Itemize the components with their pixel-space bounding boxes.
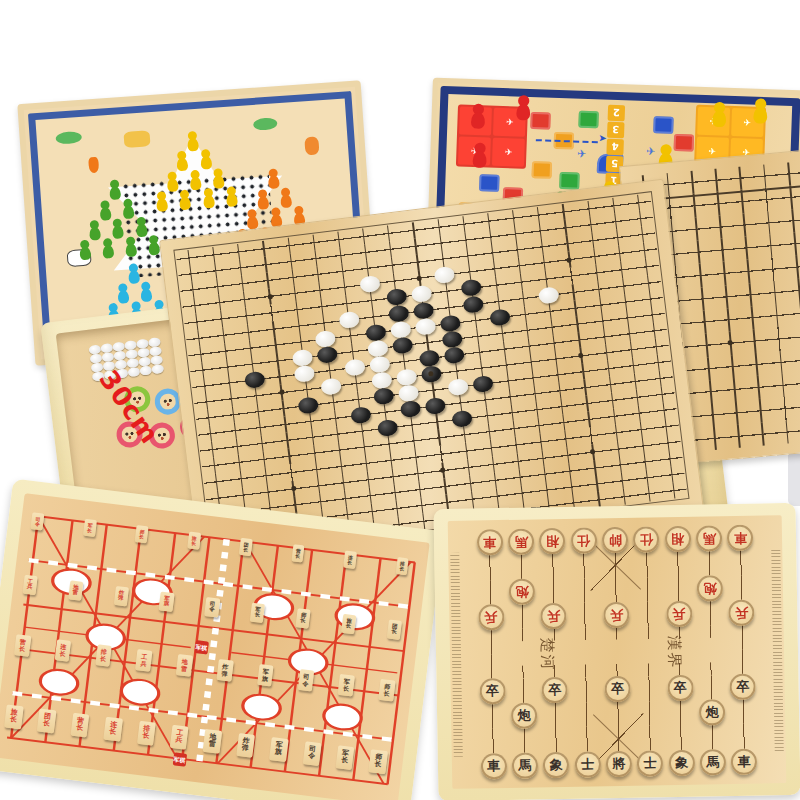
go-intersection <box>610 487 637 506</box>
go-lid-intersection <box>683 216 709 241</box>
xiangqi-piece-black: 象 <box>668 749 694 775</box>
xiangqi-piece-red: 兵 <box>478 604 504 630</box>
luzhanqi-tile: 营 长 <box>14 635 31 657</box>
xiangqi-piece-glyph: 相 <box>671 530 684 548</box>
luzhanqi-tile: 军 长 <box>83 519 97 537</box>
peg-body <box>200 156 212 170</box>
peg-body <box>187 138 199 152</box>
track-cell <box>674 134 695 152</box>
xiangqi-piece-red: 兵 <box>603 602 629 628</box>
xiangqi-piece-black: 卒 <box>604 676 630 702</box>
xiangqi-piece-glyph: 仕 <box>640 531 653 549</box>
xiangqi-piece-red: 帥 <box>602 527 628 553</box>
luzhanqi-tile: 旅 长 <box>187 532 201 550</box>
peg-body <box>190 176 202 190</box>
xiangqi-piece-glyph: 車 <box>734 529 747 547</box>
xiangqi-piece-black: 卒 <box>479 678 505 704</box>
go-lid-intersection <box>792 347 800 372</box>
go-lid-intersection <box>794 371 800 396</box>
xiangqi-piece-black: 馬 <box>700 749 726 775</box>
go-lid-intersection <box>756 210 782 235</box>
go-lid-intersection <box>778 185 800 210</box>
xiangqi-piece-black: 炮 <box>511 702 537 728</box>
luzhanqi-tile-layer: 司 令军 长师 长旅 长团 长营 长连 长排 长工 兵地 雷炸 弹军 旗司 令军… <box>0 493 430 800</box>
xiangqi-piece-glyph: 馬 <box>518 756 531 774</box>
checkers-peg <box>267 169 279 190</box>
go-lid-intersection <box>750 421 776 446</box>
checkers-peg <box>135 217 147 238</box>
checkers-peg <box>166 171 178 192</box>
flying-chess-peg <box>471 103 486 128</box>
xiangqi-piece-glyph: 馬 <box>702 530 715 548</box>
plane-icon: ✈ <box>646 145 656 158</box>
track-cell <box>578 111 599 129</box>
flying-chess-peg <box>712 102 727 127</box>
xiangqi-piece-black: 車 <box>731 748 757 774</box>
checkers-peg <box>212 168 224 189</box>
luzhanqi-play-area: 司 令军 长师 长旅 长团 长营 长连 长排 长工 兵地 雷炸 弹军 旗司 令军… <box>0 493 430 800</box>
flying-chess-peg <box>473 142 488 167</box>
luzhanqi-tile: 军 旗 <box>269 737 288 762</box>
go-lid-intersection <box>768 349 794 374</box>
hangar-cell: ✈ <box>492 137 525 166</box>
peg-body <box>136 224 148 238</box>
track-cell <box>532 161 553 179</box>
strip-number: 2 <box>608 105 626 122</box>
luzhanqi-tile: 炸 弹 <box>236 733 255 758</box>
xiangqi-piece-glyph: 象 <box>550 756 563 774</box>
go-lid-intersection <box>679 170 705 195</box>
peg-body <box>516 103 530 120</box>
go-lid-intersection <box>695 356 721 381</box>
xiangqi-piece-glyph: 兵 <box>672 605 685 623</box>
peg-body <box>753 107 767 124</box>
go-lid-intersection <box>711 261 737 286</box>
luzhanqi-tile: 军 长 <box>250 603 265 623</box>
xiangqi-piece-red: 炮 <box>509 578 535 604</box>
peg-body <box>471 112 485 129</box>
xiangqi-piece-red: 兵 <box>540 603 566 629</box>
go-lid-intersection <box>715 307 741 332</box>
go-lid-intersection <box>689 286 715 311</box>
xiangqi-piece-red: 仕 <box>570 528 596 554</box>
xiangqi-piece-red: 車 <box>727 525 753 551</box>
xiangqi-piece-black: 卒 <box>730 674 756 700</box>
flying-chess-peg <box>516 95 531 120</box>
go-lid-intersection <box>790 324 800 349</box>
xiangqi-play-area: 楚河 漢界 車馬相仕帥仕相馬車炮炮兵兵兵兵兵卒卒卒卒卒炮炮車馬象士將士象馬車 <box>448 515 787 789</box>
xiangqi-piece-glyph: 車 <box>487 757 500 775</box>
go-lid-intersection <box>713 284 739 309</box>
peg-body <box>267 176 279 190</box>
xiangqi-piece-glyph: 兵 <box>547 607 560 625</box>
xiangqi-piece-glyph: 炮 <box>517 707 530 725</box>
go-grid <box>176 193 688 555</box>
peg-body <box>213 175 225 189</box>
xiangqi-piece-glyph: 卒 <box>611 680 624 698</box>
xiangqi-piece-glyph: 車 <box>483 533 496 551</box>
luzhanqi-tile: 营 长 <box>70 713 89 738</box>
go-lid-intersection <box>752 164 778 189</box>
peg-body <box>156 198 168 212</box>
luzhanqi-tile: 军 长 <box>338 674 355 696</box>
luzhanqi-board: 司 令军 长师 长旅 长团 长营 长连 长排 长工 兵地 雷炸 弹军 旗司 令军… <box>0 479 444 800</box>
luzhanqi-tile: 军 旗 <box>257 664 274 686</box>
xiangqi-piece-glyph: 兵 <box>610 606 623 624</box>
xiangqi-piece-glyph: 炮 <box>705 703 718 721</box>
go-lid-intersection <box>748 398 774 423</box>
flying-chess-peg <box>753 98 768 123</box>
luzhanqi-tile: 排 长 <box>137 721 156 746</box>
xiangqi-piece-red: 車 <box>477 529 503 555</box>
go-lid-intersection <box>746 375 772 400</box>
go-lid-intersection <box>786 278 800 303</box>
luzhanqi-tile: 连 长 <box>103 717 122 742</box>
luzhanqi-tile: 地 雷 <box>203 729 222 754</box>
luzhanqi-tile: 司 令 <box>204 597 219 617</box>
luzhanqi-tile: 连 长 <box>54 640 71 662</box>
junqi-seal: 军棋 <box>194 640 208 654</box>
go-lid-intersection <box>722 377 748 402</box>
checkers-peg <box>179 190 191 211</box>
go-lid-intersection <box>760 257 786 282</box>
go-lid-intersection <box>774 419 800 444</box>
xiangqi-piece-glyph: 兵 <box>735 604 748 622</box>
luzhanqi-tile: 军 旗 <box>159 592 174 612</box>
peg-body <box>473 151 487 168</box>
xiangqi-piece-glyph: 馬 <box>706 753 719 771</box>
go-lid-intersection <box>758 233 784 258</box>
luzhanqi-tile: 地 雷 <box>68 580 83 600</box>
luzhanqi-tile: 师 长 <box>296 608 311 628</box>
go-lid-intersection <box>697 379 723 404</box>
go-lid-intersection <box>736 259 762 284</box>
luzhanqi-tile: 工 兵 <box>170 725 189 750</box>
go-lid-intersection <box>742 328 768 353</box>
junqi-seal: 军棋 <box>172 753 186 767</box>
xiangqi-piece-glyph: 帥 <box>608 531 621 549</box>
go-lid-intersection <box>770 373 796 398</box>
checkers-peg <box>176 151 188 172</box>
luzhanqi-tile: 工 兵 <box>135 650 152 672</box>
luzhanqi-tile: 司 令 <box>302 741 321 766</box>
xiangqi-piece-red: 兵 <box>666 600 692 626</box>
xiangqi-piece-glyph: 炮 <box>703 579 716 597</box>
peg-body <box>257 196 269 210</box>
luzhanqi-tile: 旅 长 <box>341 614 356 634</box>
go-lid-intersection <box>731 212 757 237</box>
checkers-peg <box>187 131 199 152</box>
go-lid-intersection <box>685 240 711 265</box>
peg-body <box>123 205 135 219</box>
checkers-peg <box>109 180 121 201</box>
xiangqi-piece-glyph: 卒 <box>736 678 749 696</box>
go-lid-intersection <box>780 208 800 233</box>
luzhanqi-tile: 师 长 <box>369 749 388 774</box>
go-lid-intersection <box>724 400 750 425</box>
strip-number: 4 <box>606 139 624 156</box>
xiangqi-piece-red: 仕 <box>633 527 659 553</box>
xiangqi-piece-glyph: 象 <box>675 753 688 771</box>
product-photo-canvas: { "game": "Wooden multi-game board set: … <box>0 0 800 800</box>
go-lid-intersection <box>693 333 719 358</box>
xiangqi-piece-glyph: 炮 <box>515 583 528 601</box>
xiangqi-piece-glyph: 士 <box>581 755 594 773</box>
blue-arrowhead: ➤ <box>598 133 607 144</box>
go-intersection <box>660 481 687 500</box>
xiangqi-piece-red: 馬 <box>696 526 722 552</box>
tray-go-stone-white <box>139 365 152 375</box>
peg-body <box>89 227 101 241</box>
go-lid-intersection <box>699 402 725 427</box>
checkers-peg <box>225 186 237 207</box>
xiangqi-piece-glyph: 馬 <box>514 533 527 551</box>
track-cell <box>530 112 551 130</box>
peg-body <box>112 225 124 239</box>
xiangqi-piece-glyph: 卒 <box>486 682 499 700</box>
go-lid-intersection <box>740 305 766 330</box>
checkers-peg <box>89 220 101 241</box>
go-lid-intersection <box>754 187 780 212</box>
go-lid-intersection <box>701 426 727 451</box>
xiangqi-piece-black: 士 <box>574 751 600 777</box>
checkers-peg <box>112 218 124 239</box>
go-lid-intersection <box>707 214 733 239</box>
go-lid-intersection <box>764 303 790 328</box>
plane-icon: ✈ <box>577 148 587 161</box>
peg-body <box>226 193 238 207</box>
xiangqi-piece-glyph: 相 <box>546 532 559 550</box>
xiangqi-piece-black: 卒 <box>667 675 693 701</box>
luzhanqi-tile: 团 长 <box>37 708 56 733</box>
luzhanqi-tile: 连 长 <box>343 551 357 569</box>
go-lid-intersection <box>744 352 770 377</box>
luzhanqi-tile: 团 长 <box>239 538 253 556</box>
xiangqi-piece-black: 車 <box>480 753 506 779</box>
checkers-peg <box>99 200 111 221</box>
luzhanqi-tile: 工 兵 <box>22 575 37 595</box>
peg-body <box>177 158 189 172</box>
xiangqi-piece-black: 馬 <box>512 752 538 778</box>
checkers-peg <box>156 191 168 212</box>
xiangqi-piece-layer: 車馬相仕帥仕相馬車炮炮兵兵兵兵兵卒卒卒卒卒炮炮車馬象士將士象馬車 <box>448 515 787 789</box>
xiangqi-piece-glyph: 將 <box>612 754 625 772</box>
go-lid-intersection <box>705 191 731 216</box>
go-lid-intersection <box>788 301 800 326</box>
checkers-peg <box>257 189 269 210</box>
go-lid-intersection <box>726 423 752 448</box>
go-lid-intersection <box>776 161 800 186</box>
go-lid-intersection <box>687 263 713 288</box>
go-lid-intersection <box>691 309 717 334</box>
animal-face <box>159 393 177 411</box>
xiangqi-piece-glyph: 士 <box>644 754 657 772</box>
strip-number: 3 <box>607 122 625 139</box>
go-lid-intersection <box>738 282 764 307</box>
peg-body <box>712 110 726 127</box>
luzhanqi-tile: 排 长 <box>95 645 112 667</box>
luzhanqi-tile: 地 雷 <box>176 654 193 676</box>
xiangqi-piece-glyph: 兵 <box>484 608 497 626</box>
xiangqi-piece-red: 相 <box>539 528 565 554</box>
luzhanqi-tile: 炸 弹 <box>113 586 128 606</box>
go-lid-intersection <box>772 396 798 421</box>
xiangqi-piece-glyph: 卒 <box>674 679 687 697</box>
peg-body <box>280 194 292 208</box>
luzhanqi-tile: 司 令 <box>31 513 45 531</box>
luzhanqi-tile: 营 长 <box>291 545 305 563</box>
xiangqi-piece-black: 卒 <box>542 677 568 703</box>
go-lid-intersection <box>784 254 800 279</box>
track-cell <box>479 174 500 192</box>
track-cell <box>654 116 675 134</box>
checkers-peg <box>202 188 214 209</box>
luzhanqi-tile: 司 令 <box>297 669 314 691</box>
xiangqi-piece-red: 兵 <box>728 599 754 625</box>
xiangqi-board: 楚河 漢界 車馬相仕帥仕相馬車炮炮兵兵兵兵兵卒卒卒卒卒炮炮車馬象士將士象馬車 <box>433 503 800 800</box>
luzhanqi-tile: 排 长 <box>395 557 409 575</box>
go-lid-intersection <box>709 238 735 263</box>
xiangqi-piece-black: 將 <box>606 750 632 776</box>
go-intersection <box>635 484 662 503</box>
luzhanqi-tile: 旅 长 <box>4 704 23 729</box>
luzhanqi-tile: 军 长 <box>335 745 354 770</box>
luzhanqi-tile: 炸 弹 <box>216 659 233 681</box>
go-lid-intersection <box>733 235 759 260</box>
xiangqi-piece-glyph: 卒 <box>548 681 561 699</box>
peg-body <box>203 195 215 209</box>
luzhanqi-tile: 团 长 <box>387 620 402 640</box>
xiangqi-piece-glyph: 車 <box>738 752 751 770</box>
xiangqi-piece-black: 象 <box>543 751 569 777</box>
xiangqi-piece-glyph: 仕 <box>577 532 590 550</box>
go-lid-intersection <box>681 193 707 218</box>
peg-body <box>99 207 111 221</box>
xiangqi-piece-red: 相 <box>664 526 690 552</box>
go-lid-intersection <box>717 330 743 355</box>
xiangqi-piece-black: 士 <box>637 750 663 776</box>
go-lid-intersection <box>729 189 755 214</box>
xiangqi-piece-black: 炮 <box>699 699 725 725</box>
luzhanqi-tile: 师 长 <box>135 525 149 543</box>
peg-body <box>180 197 192 211</box>
tray-go-stone-white <box>151 364 164 374</box>
peg-body <box>110 187 122 201</box>
checkers-peg <box>200 149 212 170</box>
go-lid-intersection <box>727 166 753 191</box>
go-lid-intersection <box>703 168 729 193</box>
go-lid-intersection <box>719 354 745 379</box>
go-lid-intersection <box>766 326 792 351</box>
luzhanqi-tile: 师 长 <box>378 679 395 701</box>
checkers-peg <box>122 198 134 219</box>
xiangqi-piece-red: 炮 <box>697 575 723 601</box>
tray-go-stone-white <box>127 367 140 377</box>
checkers-peg <box>189 169 201 190</box>
peg-body <box>167 178 179 192</box>
checkers-peg <box>280 187 292 208</box>
go-lid-intersection <box>762 280 788 305</box>
go-lid-intersection <box>782 231 800 256</box>
xiangqi-piece-red: 馬 <box>508 529 534 555</box>
